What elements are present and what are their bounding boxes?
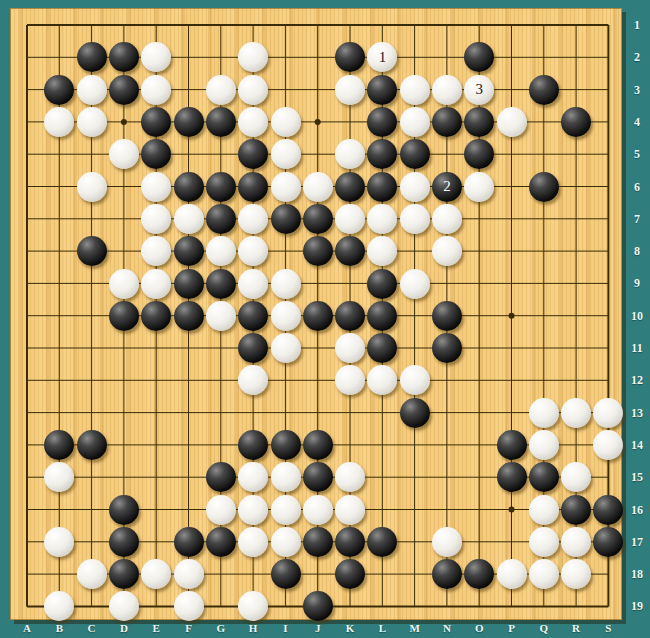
board-point-L6[interactable]: [366, 170, 398, 202]
board-point-S1[interactable]: [592, 9, 624, 41]
board-point-B3[interactable]: [43, 74, 75, 106]
board-point-B6[interactable]: [43, 170, 75, 202]
board-point-K3[interactable]: [334, 74, 366, 106]
board-point-R9[interactable]: [560, 267, 592, 299]
board-point-D6[interactable]: [108, 170, 140, 202]
board-point-B8[interactable]: [43, 235, 75, 267]
board-point-I5[interactable]: [269, 138, 301, 170]
board-point-E6[interactable]: [140, 170, 172, 202]
board-point-G11[interactable]: [205, 332, 237, 364]
board-point-D18[interactable]: [108, 558, 140, 590]
board-point-I14[interactable]: [269, 429, 301, 461]
board-point-A8[interactable]: [11, 235, 43, 267]
board-point-C4[interactable]: [76, 106, 108, 138]
board-point-S13[interactable]: [592, 397, 624, 429]
board-point-N8[interactable]: [431, 235, 463, 267]
board-point-A17[interactable]: [11, 526, 43, 558]
board-point-K10[interactable]: [334, 300, 366, 332]
board-point-H13[interactable]: [237, 397, 269, 429]
board-point-L2[interactable]: 1: [366, 41, 398, 73]
board-point-I4[interactable]: [269, 106, 301, 138]
board-point-P18[interactable]: [495, 558, 527, 590]
board-point-I11[interactable]: [269, 332, 301, 364]
board-point-C7[interactable]: [76, 203, 108, 235]
board-point-N2[interactable]: [431, 41, 463, 73]
board-point-N7[interactable]: [431, 203, 463, 235]
board-point-Q17[interactable]: [528, 526, 560, 558]
board-point-S12[interactable]: [592, 364, 624, 396]
board-point-F6[interactable]: [172, 170, 204, 202]
board-point-N17[interactable]: [431, 526, 463, 558]
board-point-R12[interactable]: [560, 364, 592, 396]
board-point-B1[interactable]: [43, 9, 75, 41]
board-point-G14[interactable]: [205, 429, 237, 461]
board-point-R18[interactable]: [560, 558, 592, 590]
board-point-G8[interactable]: [205, 235, 237, 267]
board-point-R4[interactable]: [560, 106, 592, 138]
board-point-M19[interactable]: [399, 590, 431, 622]
board-point-M18[interactable]: [399, 558, 431, 590]
board-point-S15[interactable]: [592, 461, 624, 493]
board-point-A12[interactable]: [11, 364, 43, 396]
board-point-R17[interactable]: [560, 526, 592, 558]
board-point-H3[interactable]: [237, 74, 269, 106]
board-point-E19[interactable]: [140, 590, 172, 622]
board-point-S10[interactable]: [592, 300, 624, 332]
board-point-D11[interactable]: [108, 332, 140, 364]
board-point-E5[interactable]: [140, 138, 172, 170]
board-point-L18[interactable]: [366, 558, 398, 590]
board-point-H16[interactable]: [237, 493, 269, 525]
board-point-J19[interactable]: [302, 590, 334, 622]
board-point-R8[interactable]: [560, 235, 592, 267]
board-point-N13[interactable]: [431, 397, 463, 429]
board-point-E3[interactable]: [140, 74, 172, 106]
board-point-L4[interactable]: [366, 106, 398, 138]
board-point-A2[interactable]: [11, 41, 43, 73]
board-point-P4[interactable]: [495, 106, 527, 138]
board-point-O1[interactable]: [463, 9, 495, 41]
board-point-H12[interactable]: [237, 364, 269, 396]
board-point-P19[interactable]: [495, 590, 527, 622]
board-point-C8[interactable]: [76, 235, 108, 267]
board-point-K15[interactable]: [334, 461, 366, 493]
board-point-J8[interactable]: [302, 235, 334, 267]
board-point-B7[interactable]: [43, 203, 75, 235]
board-point-G2[interactable]: [205, 41, 237, 73]
board-point-O10[interactable]: [463, 300, 495, 332]
board-point-Q4[interactable]: [528, 106, 560, 138]
board-point-G9[interactable]: [205, 267, 237, 299]
board-point-B14[interactable]: [43, 429, 75, 461]
board-point-P17[interactable]: [495, 526, 527, 558]
board-point-K11[interactable]: [334, 332, 366, 364]
board-point-G5[interactable]: [205, 138, 237, 170]
board-point-K4[interactable]: [334, 106, 366, 138]
board-point-J13[interactable]: [302, 397, 334, 429]
board-point-F8[interactable]: [172, 235, 204, 267]
board-point-M12[interactable]: [399, 364, 431, 396]
board-point-B12[interactable]: [43, 364, 75, 396]
board-point-I18[interactable]: [269, 558, 301, 590]
board-point-B5[interactable]: [43, 138, 75, 170]
board-point-K16[interactable]: [334, 493, 366, 525]
board-point-D13[interactable]: [108, 397, 140, 429]
board-point-H18[interactable]: [237, 558, 269, 590]
board-point-F15[interactable]: [172, 461, 204, 493]
board-point-H17[interactable]: [237, 526, 269, 558]
board-point-L12[interactable]: [366, 364, 398, 396]
board-point-M8[interactable]: [399, 235, 431, 267]
board-point-G13[interactable]: [205, 397, 237, 429]
board-point-Q6[interactable]: [528, 170, 560, 202]
board-point-R7[interactable]: [560, 203, 592, 235]
board-point-E9[interactable]: [140, 267, 172, 299]
board-point-C18[interactable]: [76, 558, 108, 590]
board-point-Q19[interactable]: [528, 590, 560, 622]
board-point-C3[interactable]: [76, 74, 108, 106]
board-point-C19[interactable]: [76, 590, 108, 622]
board-point-K2[interactable]: [334, 41, 366, 73]
board-point-J5[interactable]: [302, 138, 334, 170]
board-point-H7[interactable]: [237, 203, 269, 235]
board-point-N1[interactable]: [431, 9, 463, 41]
board-point-B17[interactable]: [43, 526, 75, 558]
board-point-I3[interactable]: [269, 74, 301, 106]
board-point-I2[interactable]: [269, 41, 301, 73]
board-point-P5[interactable]: [495, 138, 527, 170]
board-point-M17[interactable]: [399, 526, 431, 558]
board-point-B13[interactable]: [43, 397, 75, 429]
board-point-H1[interactable]: [237, 9, 269, 41]
board-point-D19[interactable]: [108, 590, 140, 622]
board-point-M14[interactable]: [399, 429, 431, 461]
board-point-C6[interactable]: [76, 170, 108, 202]
board-point-C9[interactable]: [76, 267, 108, 299]
board-point-R13[interactable]: [560, 397, 592, 429]
board-point-G18[interactable]: [205, 558, 237, 590]
board-point-I6[interactable]: [269, 170, 301, 202]
board-point-B11[interactable]: [43, 332, 75, 364]
board-point-J2[interactable]: [302, 41, 334, 73]
board-point-R5[interactable]: [560, 138, 592, 170]
board-point-A11[interactable]: [11, 332, 43, 364]
board-point-B16[interactable]: [43, 493, 75, 525]
board-point-B9[interactable]: [43, 267, 75, 299]
board-point-E7[interactable]: [140, 203, 172, 235]
board-point-B19[interactable]: [43, 590, 75, 622]
board-point-K1[interactable]: [334, 9, 366, 41]
board-point-B2[interactable]: [43, 41, 75, 73]
board-point-D9[interactable]: [108, 267, 140, 299]
board-point-I15[interactable]: [269, 461, 301, 493]
board-point-E11[interactable]: [140, 332, 172, 364]
board-point-D4[interactable]: [108, 106, 140, 138]
board-point-R6[interactable]: [560, 170, 592, 202]
board-point-L1[interactable]: [366, 9, 398, 41]
board-point-P12[interactable]: [495, 364, 527, 396]
board-point-K6[interactable]: [334, 170, 366, 202]
board-point-S5[interactable]: [592, 138, 624, 170]
board-point-S4[interactable]: [592, 106, 624, 138]
board-point-Q16[interactable]: [528, 493, 560, 525]
board-point-D16[interactable]: [108, 493, 140, 525]
board-point-R11[interactable]: [560, 332, 592, 364]
board-point-S3[interactable]: [592, 74, 624, 106]
board-point-Q13[interactable]: [528, 397, 560, 429]
board-point-N4[interactable]: [431, 106, 463, 138]
board-point-I12[interactable]: [269, 364, 301, 396]
board-point-R1[interactable]: [560, 9, 592, 41]
board-point-G16[interactable]: [205, 493, 237, 525]
board-point-D10[interactable]: [108, 300, 140, 332]
board-point-I9[interactable]: [269, 267, 301, 299]
board-point-O6[interactable]: [463, 170, 495, 202]
board-point-H6[interactable]: [237, 170, 269, 202]
board-point-L11[interactable]: [366, 332, 398, 364]
board-point-S14[interactable]: [592, 429, 624, 461]
board-point-O14[interactable]: [463, 429, 495, 461]
board-point-J1[interactable]: [302, 9, 334, 41]
board-point-H2[interactable]: [237, 41, 269, 73]
board-point-C17[interactable]: [76, 526, 108, 558]
board-point-E8[interactable]: [140, 235, 172, 267]
board-point-Q12[interactable]: [528, 364, 560, 396]
board-point-J11[interactable]: [302, 332, 334, 364]
board-point-D1[interactable]: [108, 9, 140, 41]
board-point-J16[interactable]: [302, 493, 334, 525]
board-point-Q11[interactable]: [528, 332, 560, 364]
board-point-F14[interactable]: [172, 429, 204, 461]
board-point-D14[interactable]: [108, 429, 140, 461]
board-point-E2[interactable]: [140, 41, 172, 73]
board-point-F12[interactable]: [172, 364, 204, 396]
board-point-L19[interactable]: [366, 590, 398, 622]
board-point-P6[interactable]: [495, 170, 527, 202]
board-point-J15[interactable]: [302, 461, 334, 493]
board-point-R10[interactable]: [560, 300, 592, 332]
board-point-P7[interactable]: [495, 203, 527, 235]
board-point-O9[interactable]: [463, 267, 495, 299]
board-point-R15[interactable]: [560, 461, 592, 493]
board-point-P10[interactable]: [495, 300, 527, 332]
board-point-R3[interactable]: [560, 74, 592, 106]
board-point-E12[interactable]: [140, 364, 172, 396]
board-point-C15[interactable]: [76, 461, 108, 493]
board-point-D8[interactable]: [108, 235, 140, 267]
board-point-G12[interactable]: [205, 364, 237, 396]
board-point-L9[interactable]: [366, 267, 398, 299]
board-point-K13[interactable]: [334, 397, 366, 429]
board-point-G10[interactable]: [205, 300, 237, 332]
board-point-S17[interactable]: [592, 526, 624, 558]
board-point-Q2[interactable]: [528, 41, 560, 73]
board-point-F16[interactable]: [172, 493, 204, 525]
board-point-E16[interactable]: [140, 493, 172, 525]
board-point-Q3[interactable]: [528, 74, 560, 106]
board-point-D17[interactable]: [108, 526, 140, 558]
board-point-F11[interactable]: [172, 332, 204, 364]
board-point-H11[interactable]: [237, 332, 269, 364]
board-point-L8[interactable]: [366, 235, 398, 267]
board-point-O11[interactable]: [463, 332, 495, 364]
board-point-M3[interactable]: [399, 74, 431, 106]
board-point-Q9[interactable]: [528, 267, 560, 299]
board-point-N16[interactable]: [431, 493, 463, 525]
board-point-A18[interactable]: [11, 558, 43, 590]
board-point-F1[interactable]: [172, 9, 204, 41]
board-point-Q18[interactable]: [528, 558, 560, 590]
board-point-D2[interactable]: [108, 41, 140, 73]
board-point-N9[interactable]: [431, 267, 463, 299]
board-point-M1[interactable]: [399, 9, 431, 41]
board-point-S8[interactable]: [592, 235, 624, 267]
board-point-K8[interactable]: [334, 235, 366, 267]
board-point-A4[interactable]: [11, 106, 43, 138]
board-point-S9[interactable]: [592, 267, 624, 299]
board-point-Q10[interactable]: [528, 300, 560, 332]
board-point-A5[interactable]: [11, 138, 43, 170]
board-point-A13[interactable]: [11, 397, 43, 429]
board-point-H10[interactable]: [237, 300, 269, 332]
board-point-C10[interactable]: [76, 300, 108, 332]
board-point-J9[interactable]: [302, 267, 334, 299]
board-point-L17[interactable]: [366, 526, 398, 558]
board-point-R19[interactable]: [560, 590, 592, 622]
board-point-J4[interactable]: [302, 106, 334, 138]
board-point-K17[interactable]: [334, 526, 366, 558]
board-point-O7[interactable]: [463, 203, 495, 235]
board-point-A3[interactable]: [11, 74, 43, 106]
board-point-O19[interactable]: [463, 590, 495, 622]
board-point-L10[interactable]: [366, 300, 398, 332]
board-point-G1[interactable]: [205, 9, 237, 41]
board-point-A19[interactable]: [11, 590, 43, 622]
board-point-O16[interactable]: [463, 493, 495, 525]
board-point-Q1[interactable]: [528, 9, 560, 41]
board-point-Q5[interactable]: [528, 138, 560, 170]
board-point-P1[interactable]: [495, 9, 527, 41]
board-point-K9[interactable]: [334, 267, 366, 299]
board-point-K14[interactable]: [334, 429, 366, 461]
board-point-J14[interactable]: [302, 429, 334, 461]
board-point-I8[interactable]: [269, 235, 301, 267]
board-point-F13[interactable]: [172, 397, 204, 429]
board-point-S6[interactable]: [592, 170, 624, 202]
board-point-E18[interactable]: [140, 558, 172, 590]
board-point-H14[interactable]: [237, 429, 269, 461]
board-point-F2[interactable]: [172, 41, 204, 73]
board-point-M4[interactable]: [399, 106, 431, 138]
board-point-H19[interactable]: [237, 590, 269, 622]
board-point-M16[interactable]: [399, 493, 431, 525]
board-point-L5[interactable]: [366, 138, 398, 170]
board-point-C12[interactable]: [76, 364, 108, 396]
board-point-L3[interactable]: [366, 74, 398, 106]
board-point-F5[interactable]: [172, 138, 204, 170]
board-point-P3[interactable]: [495, 74, 527, 106]
board-point-M13[interactable]: [399, 397, 431, 429]
board-point-C13[interactable]: [76, 397, 108, 429]
board-point-E4[interactable]: [140, 106, 172, 138]
board-point-B4[interactable]: [43, 106, 75, 138]
board-point-M10[interactable]: [399, 300, 431, 332]
board-point-H9[interactable]: [237, 267, 269, 299]
board-point-L7[interactable]: [366, 203, 398, 235]
board-point-I7[interactable]: [269, 203, 301, 235]
board-point-P2[interactable]: [495, 41, 527, 73]
board-point-I10[interactable]: [269, 300, 301, 332]
board-point-A9[interactable]: [11, 267, 43, 299]
board-point-S7[interactable]: [592, 203, 624, 235]
board-point-R14[interactable]: [560, 429, 592, 461]
board-point-J10[interactable]: [302, 300, 334, 332]
board-point-L13[interactable]: [366, 397, 398, 429]
board-point-K18[interactable]: [334, 558, 366, 590]
board-point-G15[interactable]: [205, 461, 237, 493]
board-point-A7[interactable]: [11, 203, 43, 235]
board-point-G6[interactable]: [205, 170, 237, 202]
board-point-F3[interactable]: [172, 74, 204, 106]
board-point-M6[interactable]: [399, 170, 431, 202]
board-point-J18[interactable]: [302, 558, 334, 590]
board-point-C14[interactable]: [76, 429, 108, 461]
board-point-B10[interactable]: [43, 300, 75, 332]
board-point-N15[interactable]: [431, 461, 463, 493]
board-point-L14[interactable]: [366, 429, 398, 461]
board-point-G17[interactable]: [205, 526, 237, 558]
board-point-Q8[interactable]: [528, 235, 560, 267]
board-point-F19[interactable]: [172, 590, 204, 622]
board-point-G3[interactable]: [205, 74, 237, 106]
board-point-E13[interactable]: [140, 397, 172, 429]
board-point-S16[interactable]: [592, 493, 624, 525]
board-point-M11[interactable]: [399, 332, 431, 364]
board-point-S2[interactable]: [592, 41, 624, 73]
board-point-O2[interactable]: [463, 41, 495, 73]
board-point-O3[interactable]: 3: [463, 74, 495, 106]
board-point-G4[interactable]: [205, 106, 237, 138]
board-point-D15[interactable]: [108, 461, 140, 493]
board-point-I17[interactable]: [269, 526, 301, 558]
board-point-N12[interactable]: [431, 364, 463, 396]
board-point-L16[interactable]: [366, 493, 398, 525]
board-point-O18[interactable]: [463, 558, 495, 590]
board-point-K19[interactable]: [334, 590, 366, 622]
board-point-I1[interactable]: [269, 9, 301, 41]
board-point-O12[interactable]: [463, 364, 495, 396]
board-point-E15[interactable]: [140, 461, 172, 493]
board-point-F10[interactable]: [172, 300, 204, 332]
board-point-P9[interactable]: [495, 267, 527, 299]
board-point-A15[interactable]: [11, 461, 43, 493]
board-point-I16[interactable]: [269, 493, 301, 525]
board-point-G19[interactable]: [205, 590, 237, 622]
board-point-R16[interactable]: [560, 493, 592, 525]
board-point-G7[interactable]: [205, 203, 237, 235]
board-point-D3[interactable]: [108, 74, 140, 106]
board-point-N3[interactable]: [431, 74, 463, 106]
board-point-E10[interactable]: [140, 300, 172, 332]
board-point-D12[interactable]: [108, 364, 140, 396]
board-point-K7[interactable]: [334, 203, 366, 235]
board-point-Q7[interactable]: [528, 203, 560, 235]
board-point-F18[interactable]: [172, 558, 204, 590]
board-point-M2[interactable]: [399, 41, 431, 73]
board-point-P11[interactable]: [495, 332, 527, 364]
board-point-P13[interactable]: [495, 397, 527, 429]
board-point-S19[interactable]: [592, 590, 624, 622]
